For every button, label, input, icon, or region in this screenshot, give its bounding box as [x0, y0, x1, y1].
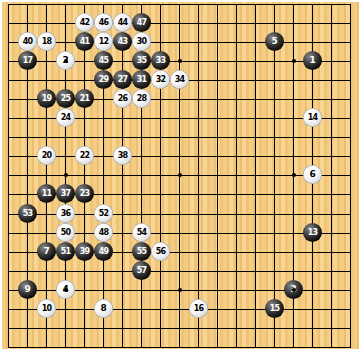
stone-B-57: 57 [132, 261, 151, 280]
stone-B-31: 31 [132, 70, 151, 89]
stone-B-33: 33 [151, 51, 170, 70]
move-number: 53 [23, 204, 33, 223]
move-number: 48 [99, 223, 109, 242]
move-number: 13 [308, 223, 318, 242]
star-point [64, 288, 68, 292]
move-number: 51 [61, 242, 71, 261]
stone-B-39: 39 [75, 242, 94, 261]
move-number: 32 [156, 70, 166, 89]
star-point [178, 288, 182, 292]
stone-B-19: 19 [37, 89, 56, 108]
stone-B-7: 7 [37, 242, 56, 261]
move-number: 46 [99, 13, 109, 32]
move-number: 42 [80, 13, 90, 32]
star-point [292, 59, 296, 63]
stone-B-47: 47 [132, 13, 151, 32]
stone-W-24: 24 [56, 108, 75, 127]
move-number: 50 [61, 223, 71, 242]
move-number: 38 [118, 146, 128, 165]
stone-B-45: 45 [94, 51, 113, 70]
stone-W-14: 14 [303, 108, 322, 127]
stone-B-9: 9 [18, 280, 37, 299]
stone-B-37: 37 [56, 184, 75, 203]
stone-W-52: 52 [94, 204, 113, 223]
move-number: 29 [99, 70, 109, 89]
stone-B-51: 51 [56, 242, 75, 261]
move-number: 30 [137, 32, 147, 51]
stone-W-44: 44 [113, 13, 132, 32]
stone-W-18: 18 [37, 32, 56, 51]
move-number: 9 [25, 280, 31, 299]
stone-W-20: 20 [37, 146, 56, 165]
stone-B-5: 5 [265, 32, 284, 51]
move-number: 6 [310, 165, 316, 184]
move-number: 34 [175, 70, 185, 89]
stone-B-17: 17 [18, 51, 37, 70]
stone-B-11: 11 [37, 184, 56, 203]
stone-W-30: 30 [132, 32, 151, 51]
stone-B-29: 29 [94, 70, 113, 89]
move-number: 25 [61, 89, 71, 108]
stone-W-16: 16 [189, 299, 208, 318]
move-number: 19 [42, 89, 52, 108]
stone-B-49: 49 [94, 242, 113, 261]
stone-B-53: 53 [18, 204, 37, 223]
stone-W-32: 32 [151, 70, 170, 89]
go-diagram: 1234567891011121314151617181920212223242… [0, 0, 361, 351]
star-point [292, 288, 296, 292]
move-number: 16 [194, 299, 204, 318]
move-number: 23 [80, 184, 90, 203]
move-number: 5 [272, 32, 278, 51]
move-number: 24 [61, 108, 71, 127]
move-number: 57 [137, 261, 147, 280]
go-board: 1234567891011121314151617181920212223242… [2, 2, 359, 349]
stone-W-56: 56 [151, 242, 170, 261]
move-number: 28 [137, 89, 147, 108]
stone-B-13: 13 [303, 223, 322, 242]
move-number: 27 [118, 70, 128, 89]
move-number: 49 [99, 242, 109, 261]
stone-W-36: 36 [56, 204, 75, 223]
move-number: 35 [137, 51, 147, 70]
stone-W-48: 48 [94, 223, 113, 242]
stone-B-21: 21 [75, 89, 94, 108]
move-number: 26 [118, 89, 128, 108]
stone-W-46: 46 [94, 13, 113, 32]
move-number: 22 [80, 146, 90, 165]
move-number: 20 [42, 146, 52, 165]
stone-W-26: 26 [113, 89, 132, 108]
stone-W-22: 22 [75, 146, 94, 165]
stone-B-43: 43 [113, 32, 132, 51]
move-number: 17 [23, 51, 33, 70]
move-number: 55 [137, 242, 147, 261]
move-number: 14 [308, 108, 318, 127]
stone-W-12: 12 [94, 32, 113, 51]
move-number: 21 [80, 89, 90, 108]
stone-W-34: 34 [170, 70, 189, 89]
stone-B-35: 35 [132, 51, 151, 70]
stone-B-27: 27 [113, 70, 132, 89]
move-number: 45 [99, 51, 109, 70]
move-number: 11 [42, 184, 52, 203]
stone-B-25: 25 [56, 89, 75, 108]
stone-W-28: 28 [132, 89, 151, 108]
move-number: 47 [137, 13, 147, 32]
stone-W-50: 50 [56, 223, 75, 242]
move-number: 54 [137, 223, 147, 242]
move-number: 39 [80, 242, 90, 261]
move-number: 7 [44, 242, 50, 261]
move-number: 40 [23, 32, 33, 51]
star-point [64, 59, 68, 63]
move-number: 52 [99, 204, 109, 223]
stone-B-15: 15 [265, 299, 284, 318]
move-number: 1 [310, 51, 316, 70]
move-number: 44 [118, 13, 128, 32]
move-number: 15 [270, 299, 280, 318]
star-point [178, 59, 182, 63]
move-number: 43 [118, 32, 128, 51]
move-number: 33 [156, 51, 166, 70]
move-number: 18 [42, 32, 52, 51]
stone-W-38: 38 [113, 146, 132, 165]
stone-B-1: 1 [303, 51, 322, 70]
stone-W-10: 10 [37, 299, 56, 318]
stone-W-54: 54 [132, 223, 151, 242]
stone-B-41: 41 [75, 32, 94, 51]
stone-W-40: 40 [18, 32, 37, 51]
stone-W-8: 8 [94, 299, 113, 318]
move-number: 31 [137, 70, 147, 89]
move-number: 56 [156, 242, 166, 261]
move-number: 41 [80, 32, 90, 51]
move-number: 8 [101, 299, 107, 318]
stone-W-6: 6 [303, 165, 322, 184]
move-number: 37 [61, 184, 71, 203]
move-number: 10 [42, 299, 52, 318]
stone-B-55: 55 [132, 242, 151, 261]
move-number: 12 [99, 32, 109, 51]
move-number: 36 [61, 204, 71, 223]
stone-W-42: 42 [75, 13, 94, 32]
stone-B-23: 23 [75, 184, 94, 203]
